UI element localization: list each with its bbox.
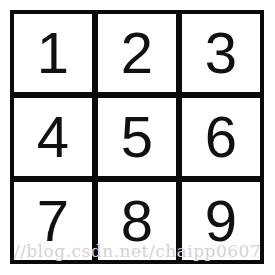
cell-r3c2: 8 [98,182,176,260]
cell-r3c3: 9 [182,182,260,260]
cell-r1c1: 1 [14,14,92,92]
cell-r3c1: 7 [14,182,92,260]
number-grid-board: 1 2 3 4 5 6 7 8 9 [10,10,264,264]
cell-r2c3: 6 [182,98,260,176]
cell-r2c1: 4 [14,98,92,176]
cell-r1c2: 2 [98,14,176,92]
cell-r1c3: 3 [182,14,260,92]
cell-r2c2: 5 [98,98,176,176]
